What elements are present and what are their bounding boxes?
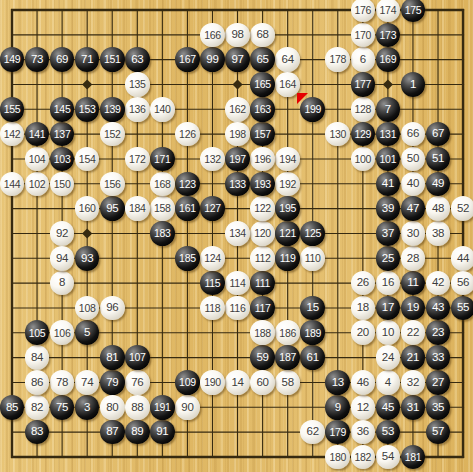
stone-white-58: 58 <box>275 370 300 395</box>
stone-white-56: 56 <box>451 271 473 296</box>
stone-black-27: 27 <box>426 370 451 395</box>
stone-black-197: 197 <box>225 147 250 172</box>
stone-white-156: 156 <box>100 172 125 197</box>
stone-black-73: 73 <box>25 47 50 72</box>
stone-white-194: 194 <box>275 147 300 172</box>
stone-white-110: 110 <box>300 246 325 271</box>
stone-white-78: 78 <box>50 370 75 395</box>
stone-black-167: 167 <box>175 47 200 72</box>
stone-white-52: 52 <box>451 196 473 221</box>
stone-white-44: 44 <box>451 246 473 271</box>
stone-black-125: 125 <box>300 221 325 246</box>
stone-black-45: 45 <box>376 395 401 420</box>
stone-white-198: 198 <box>225 122 250 147</box>
stone-black-31: 31 <box>401 395 426 420</box>
stone-white-134: 134 <box>225 221 250 246</box>
stone-white-32: 32 <box>401 370 426 395</box>
stone-white-136: 136 <box>125 97 150 122</box>
stone-black-165: 165 <box>250 72 275 97</box>
stone-black-107: 107 <box>125 345 150 370</box>
stone-white-4: 4 <box>376 370 401 395</box>
stone-black-191: 191 <box>150 395 175 420</box>
stone-black-85: 85 <box>0 395 24 420</box>
stone-black-15: 15 <box>300 296 325 321</box>
stone-black-63: 63 <box>125 47 150 72</box>
stone-black-149: 149 <box>0 47 24 72</box>
stone-white-192: 192 <box>275 172 300 197</box>
hoshi-point <box>383 79 393 89</box>
stone-white-184: 184 <box>125 196 150 221</box>
stone-black-187: 187 <box>275 345 300 370</box>
stone-black-193: 193 <box>250 172 275 197</box>
stone-white-166: 166 <box>200 23 225 48</box>
stone-white-172: 172 <box>125 147 150 172</box>
stone-white-14: 14 <box>225 370 250 395</box>
stone-white-164: 164 <box>275 72 300 97</box>
stone-white-188: 188 <box>250 320 275 345</box>
stone-white-74: 74 <box>75 370 100 395</box>
stone-white-120: 120 <box>250 221 275 246</box>
stone-black-157: 157 <box>250 122 275 147</box>
stone-white-190: 190 <box>200 370 225 395</box>
stone-white-126: 126 <box>175 122 200 147</box>
stone-white-140: 140 <box>150 97 175 122</box>
stone-black-111: 111 <box>250 271 275 296</box>
stone-white-112: 112 <box>250 246 275 271</box>
stone-black-79: 79 <box>100 370 125 395</box>
stone-black-127: 127 <box>200 196 225 221</box>
stone-black-59: 59 <box>250 345 275 370</box>
stone-white-170: 170 <box>351 23 376 48</box>
stone-white-90: 90 <box>175 395 200 420</box>
stone-black-37: 37 <box>376 221 401 246</box>
stone-black-171: 171 <box>150 147 175 172</box>
stone-white-162: 162 <box>225 97 250 122</box>
stone-white-24: 24 <box>376 345 401 370</box>
stone-black-95: 95 <box>100 196 125 221</box>
stone-white-122: 122 <box>250 196 275 221</box>
stone-white-158: 158 <box>150 196 175 221</box>
stone-black-33: 33 <box>426 345 451 370</box>
stone-black-9: 9 <box>325 395 350 420</box>
stone-black-117: 117 <box>250 296 275 321</box>
stone-black-61: 61 <box>300 345 325 370</box>
hoshi-point <box>232 79 242 89</box>
stone-white-6: 6 <box>351 47 376 72</box>
stone-black-173: 173 <box>376 23 401 48</box>
stone-black-161: 161 <box>175 196 200 221</box>
stone-black-93: 93 <box>75 246 100 271</box>
last-move-marker <box>297 93 308 104</box>
stone-white-40: 40 <box>401 172 426 197</box>
stone-white-80: 80 <box>100 395 125 420</box>
stone-black-133: 133 <box>225 172 250 197</box>
stone-black-25: 25 <box>376 246 401 271</box>
stone-black-139: 139 <box>100 97 125 122</box>
stone-white-196: 196 <box>250 147 275 172</box>
stone-black-109: 109 <box>175 370 200 395</box>
stone-white-128: 128 <box>351 97 376 122</box>
stone-black-89: 89 <box>125 420 150 445</box>
stone-white-48: 48 <box>426 196 451 221</box>
stone-white-92: 92 <box>50 221 75 246</box>
stone-white-132: 132 <box>200 147 225 172</box>
stone-black-119: 119 <box>275 246 300 271</box>
stone-black-185: 185 <box>175 246 200 271</box>
stone-black-13: 13 <box>325 370 350 395</box>
stone-white-118: 118 <box>200 296 225 321</box>
stone-white-64: 64 <box>275 47 300 72</box>
stone-white-60: 60 <box>250 370 275 395</box>
stone-black-155: 155 <box>0 97 24 122</box>
stone-black-69: 69 <box>50 47 75 72</box>
stone-white-135: 135 <box>125 72 150 97</box>
stone-black-123: 123 <box>175 172 200 197</box>
stone-black-199: 199 <box>300 97 325 122</box>
stone-black-145: 145 <box>50 97 75 122</box>
stone-black-91: 91 <box>150 420 175 445</box>
stone-white-12: 12 <box>351 395 376 420</box>
hoshi-point <box>82 79 92 89</box>
stone-white-186: 186 <box>275 320 300 345</box>
stone-white-86: 86 <box>25 370 50 395</box>
stone-white-178: 178 <box>325 47 350 72</box>
stone-white-168: 168 <box>150 172 175 197</box>
stone-white-38: 38 <box>426 221 451 246</box>
stone-black-189: 189 <box>300 320 325 345</box>
stone-white-98: 98 <box>225 23 250 48</box>
stone-black-7: 7 <box>376 97 401 122</box>
stone-black-153: 153 <box>75 97 100 122</box>
stone-black-41: 41 <box>376 172 401 197</box>
stone-black-151: 151 <box>100 47 125 72</box>
stone-white-46: 46 <box>351 370 376 395</box>
stone-white-124: 124 <box>200 246 225 271</box>
stone-white-30: 30 <box>401 221 426 246</box>
stone-black-3: 3 <box>75 395 100 420</box>
stone-white-84: 84 <box>25 345 50 370</box>
stone-white-82: 82 <box>25 395 50 420</box>
stone-black-121: 121 <box>275 221 300 246</box>
stone-black-87: 87 <box>100 420 125 445</box>
stone-black-39: 39 <box>376 196 401 221</box>
stone-black-97: 97 <box>225 47 250 72</box>
stone-black-81: 81 <box>100 345 125 370</box>
stone-black-177: 177 <box>351 72 376 97</box>
stone-black-65: 65 <box>250 47 275 72</box>
stone-black-55: 55 <box>451 296 473 321</box>
stone-white-152: 152 <box>100 122 125 147</box>
stone-black-169: 169 <box>376 47 401 72</box>
stone-black-21: 21 <box>401 345 426 370</box>
stone-black-35: 35 <box>426 395 451 420</box>
stone-black-183: 183 <box>150 221 175 246</box>
stone-white-116: 116 <box>225 296 250 321</box>
stone-black-99: 99 <box>200 47 225 72</box>
stone-black-47: 47 <box>401 196 426 221</box>
stone-black-195: 195 <box>275 196 300 221</box>
stone-black-1: 1 <box>401 72 426 97</box>
stone-white-88: 88 <box>125 395 150 420</box>
stone-white-180: 180 <box>325 445 350 470</box>
stone-white-182: 182 <box>351 445 376 470</box>
stone-white-10: 10 <box>376 320 401 345</box>
stone-black-75: 75 <box>50 395 75 420</box>
stone-white-94: 94 <box>50 246 75 271</box>
stone-white-68: 68 <box>250 23 275 48</box>
stone-white-76: 76 <box>125 370 150 395</box>
stone-black-163: 163 <box>250 97 275 122</box>
stone-white-28: 28 <box>401 246 426 271</box>
stone-white-18: 18 <box>351 296 376 321</box>
stone-black-115: 115 <box>200 271 225 296</box>
go-board[interactable]: 1345678910111213141516171819202122232425… <box>0 0 473 472</box>
stone-white-114: 114 <box>225 271 250 296</box>
stone-white-20: 20 <box>351 320 376 345</box>
stone-white-96: 96 <box>100 296 125 321</box>
hoshi-point <box>82 228 92 238</box>
stone-white-22: 22 <box>401 320 426 345</box>
